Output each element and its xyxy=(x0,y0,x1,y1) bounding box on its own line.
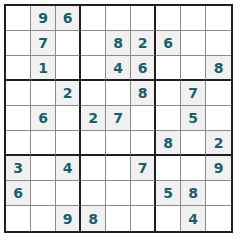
cell-r1c7[interactable] xyxy=(156,6,181,31)
cell-r2c1[interactable] xyxy=(6,31,31,56)
sudoku-board: 96782614682876275823479658984 xyxy=(4,4,233,233)
cell-r7c1[interactable]: 3 xyxy=(6,156,31,181)
cell-r3c8[interactable] xyxy=(181,56,206,81)
cell-r3c3[interactable] xyxy=(56,56,81,81)
cell-r6c4[interactable] xyxy=(81,131,106,156)
cell-r8c2[interactable] xyxy=(31,181,56,206)
cell-r9c6[interactable] xyxy=(131,206,156,231)
cell-r3c5[interactable]: 4 xyxy=(106,56,131,81)
cell-r8c1[interactable]: 6 xyxy=(6,181,31,206)
cell-r1c8[interactable] xyxy=(181,6,206,31)
cell-r6c7[interactable]: 8 xyxy=(156,131,181,156)
cell-r4c5[interactable] xyxy=(106,81,131,106)
cell-r5c4[interactable]: 2 xyxy=(81,106,106,131)
cell-r3c4[interactable] xyxy=(81,56,106,81)
cell-r6c5[interactable] xyxy=(106,131,131,156)
cell-r8c5[interactable] xyxy=(106,181,131,206)
cell-r4c4[interactable] xyxy=(81,81,106,106)
cell-r9c2[interactable] xyxy=(31,206,56,231)
cell-r7c8[interactable] xyxy=(181,156,206,181)
cell-r8c3[interactable] xyxy=(56,181,81,206)
cell-r4c8[interactable]: 7 xyxy=(181,81,206,106)
cell-r9c7[interactable] xyxy=(156,206,181,231)
cell-r1c1[interactable] xyxy=(6,6,31,31)
cell-r6c3[interactable] xyxy=(56,131,81,156)
cell-r2c4[interactable] xyxy=(81,31,106,56)
cell-r9c1[interactable] xyxy=(6,206,31,231)
cell-r1c2[interactable]: 9 xyxy=(31,6,56,31)
cell-r3c9[interactable]: 8 xyxy=(206,56,231,81)
cell-r2c7[interactable]: 6 xyxy=(156,31,181,56)
cell-r4c9[interactable] xyxy=(206,81,231,106)
cell-r4c7[interactable] xyxy=(156,81,181,106)
cell-r6c8[interactable] xyxy=(181,131,206,156)
cell-r5c1[interactable] xyxy=(6,106,31,131)
cell-r5c8[interactable]: 5 xyxy=(181,106,206,131)
cell-r2c2[interactable]: 7 xyxy=(31,31,56,56)
cell-r4c1[interactable] xyxy=(6,81,31,106)
cell-r1c9[interactable] xyxy=(206,6,231,31)
cell-r2c8[interactable] xyxy=(181,31,206,56)
cell-r4c6[interactable]: 8 xyxy=(131,81,156,106)
cell-r9c4[interactable]: 8 xyxy=(81,206,106,231)
cell-r3c1[interactable] xyxy=(6,56,31,81)
cell-r4c3[interactable]: 2 xyxy=(56,81,81,106)
cell-r8c8[interactable]: 8 xyxy=(181,181,206,206)
cell-r8c6[interactable] xyxy=(131,181,156,206)
cell-r3c7[interactable] xyxy=(156,56,181,81)
cell-r5c6[interactable] xyxy=(131,106,156,131)
cell-r8c7[interactable]: 5 xyxy=(156,181,181,206)
cell-r2c3[interactable] xyxy=(56,31,81,56)
cell-r5c2[interactable]: 6 xyxy=(31,106,56,131)
cell-r1c6[interactable] xyxy=(131,6,156,31)
cell-r7c4[interactable] xyxy=(81,156,106,181)
cell-r5c9[interactable] xyxy=(206,106,231,131)
cell-r9c9[interactable] xyxy=(206,206,231,231)
cell-r1c3[interactable]: 6 xyxy=(56,6,81,31)
cell-r7c6[interactable]: 7 xyxy=(131,156,156,181)
cell-r7c5[interactable] xyxy=(106,156,131,181)
cell-r2c9[interactable] xyxy=(206,31,231,56)
cell-r2c6[interactable]: 2 xyxy=(131,31,156,56)
cell-r6c2[interactable] xyxy=(31,131,56,156)
cell-r7c9[interactable]: 9 xyxy=(206,156,231,181)
cell-r1c4[interactable] xyxy=(81,6,106,31)
sudoku-board-container: 96782614682876275823479658984 xyxy=(0,0,240,237)
cell-r3c6[interactable]: 6 xyxy=(131,56,156,81)
cell-r5c3[interactable] xyxy=(56,106,81,131)
cell-r8c4[interactable] xyxy=(81,181,106,206)
cell-r8c9[interactable] xyxy=(206,181,231,206)
cell-r1c5[interactable] xyxy=(106,6,131,31)
cell-r6c9[interactable]: 2 xyxy=(206,131,231,156)
cell-r5c7[interactable] xyxy=(156,106,181,131)
cell-r9c3[interactable]: 9 xyxy=(56,206,81,231)
cell-r3c2[interactable]: 1 xyxy=(31,56,56,81)
cell-r5c5[interactable]: 7 xyxy=(106,106,131,131)
cell-r4c2[interactable] xyxy=(31,81,56,106)
cell-r7c7[interactable] xyxy=(156,156,181,181)
cell-r2c5[interactable]: 8 xyxy=(106,31,131,56)
cell-r7c2[interactable] xyxy=(31,156,56,181)
cell-r9c8[interactable]: 4 xyxy=(181,206,206,231)
cell-r6c6[interactable] xyxy=(131,131,156,156)
cell-r6c1[interactable] xyxy=(6,131,31,156)
cell-r7c3[interactable]: 4 xyxy=(56,156,81,181)
cell-r9c5[interactable] xyxy=(106,206,131,231)
